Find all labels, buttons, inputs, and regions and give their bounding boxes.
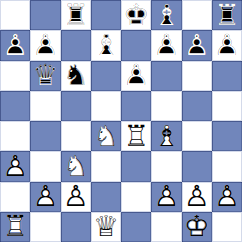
square-b1[interactable] — [30, 212, 60, 242]
piece-glyph-outline: ♙ — [182, 30, 212, 60]
square-g8[interactable] — [182, 0, 212, 30]
piece-black-pawn[interactable]: ♟♙ — [151, 30, 181, 60]
piece-white-pawn[interactable]: ♟♙ — [151, 182, 181, 212]
piece-white-pawn[interactable]: ♟♙ — [0, 151, 30, 181]
piece-glyph-outline: ♗ — [151, 121, 181, 151]
piece-black-bishop[interactable]: ♝♗ — [91, 30, 121, 60]
square-g7[interactable]: ♟♙ — [182, 30, 212, 60]
piece-white-pawn[interactable]: ♟♙ — [182, 182, 212, 212]
piece-white-queen[interactable]: ♛♕ — [91, 212, 121, 242]
square-d2[interactable] — [91, 182, 121, 212]
piece-glyph-outline: ♘ — [91, 121, 121, 151]
square-d1[interactable]: ♛♕ — [91, 212, 121, 242]
piece-glyph-outline: ♘ — [61, 61, 91, 91]
piece-glyph-outline: ♕ — [30, 61, 60, 91]
piece-white-bishop[interactable]: ♝♗ — [151, 121, 181, 151]
square-g4[interactable] — [182, 121, 212, 151]
piece-glyph-outline: ♘ — [61, 151, 91, 181]
square-h2[interactable]: ♟♙ — [212, 182, 242, 212]
square-c4[interactable] — [61, 121, 91, 151]
square-c6[interactable]: ♞♘ — [61, 61, 91, 91]
piece-black-knight[interactable]: ♞♘ — [61, 61, 91, 91]
square-b3[interactable] — [30, 151, 60, 181]
square-g2[interactable]: ♟♙ — [182, 182, 212, 212]
piece-white-pawn[interactable]: ♟♙ — [212, 182, 242, 212]
piece-glyph-outline: ♙ — [151, 182, 181, 212]
piece-glyph-outline: ♕ — [91, 212, 121, 242]
piece-glyph-outline: ♔ — [121, 0, 151, 30]
piece-glyph-outline: ♖ — [121, 121, 151, 151]
square-e3[interactable] — [121, 151, 151, 181]
piece-glyph-outline: ♗ — [91, 30, 121, 60]
piece-glyph-outline: ♙ — [30, 182, 60, 212]
piece-glyph-outline: ♙ — [0, 30, 30, 60]
piece-black-queen[interactable]: ♛♕ — [30, 61, 60, 91]
piece-black-pawn[interactable]: ♟♙ — [182, 30, 212, 60]
piece-black-pawn[interactable]: ♟♙ — [212, 30, 242, 60]
square-b5[interactable] — [30, 91, 60, 121]
square-a1[interactable]: ♜♖ — [0, 212, 30, 242]
square-f3[interactable] — [151, 151, 181, 181]
square-c8[interactable]: ♜♖ — [61, 0, 91, 30]
square-c7[interactable] — [61, 30, 91, 60]
chess-board: ♜♖♚♔♝♗♜♖♟♙♟♙♝♗♟♙♟♙♟♙♛♕♞♘♟♙♞♘♜♖♝♗♟♙♞♘♟♙♟♙… — [0, 0, 242, 242]
square-a2[interactable] — [0, 182, 30, 212]
square-a3[interactable]: ♟♙ — [0, 151, 30, 181]
square-h1[interactable] — [212, 212, 242, 242]
square-f7[interactable]: ♟♙ — [151, 30, 181, 60]
piece-white-rook[interactable]: ♜♖ — [0, 212, 30, 242]
piece-glyph-outline: ♗ — [151, 0, 181, 30]
square-f4[interactable]: ♝♗ — [151, 121, 181, 151]
square-d8[interactable] — [91, 0, 121, 30]
square-g3[interactable] — [182, 151, 212, 181]
piece-glyph-outline: ♙ — [182, 182, 212, 212]
piece-glyph-outline: ♔ — [182, 212, 212, 242]
piece-black-rook[interactable]: ♜♖ — [212, 0, 242, 30]
square-e1[interactable] — [121, 212, 151, 242]
square-f1[interactable] — [151, 212, 181, 242]
square-h8[interactable]: ♜♖ — [212, 0, 242, 30]
square-c3[interactable]: ♞♘ — [61, 151, 91, 181]
square-d5[interactable] — [91, 91, 121, 121]
piece-glyph-outline: ♖ — [212, 0, 242, 30]
square-a6[interactable] — [0, 61, 30, 91]
piece-glyph-outline: ♙ — [121, 61, 151, 91]
square-d6[interactable] — [91, 61, 121, 91]
piece-glyph-outline: ♖ — [61, 0, 91, 30]
square-b2[interactable]: ♟♙ — [30, 182, 60, 212]
piece-glyph-outline: ♖ — [0, 212, 30, 242]
square-a4[interactable] — [0, 121, 30, 151]
square-e4[interactable]: ♜♖ — [121, 121, 151, 151]
square-h6[interactable] — [212, 61, 242, 91]
piece-white-knight[interactable]: ♞♘ — [61, 151, 91, 181]
piece-glyph-outline: ♙ — [151, 30, 181, 60]
piece-white-rook[interactable]: ♜♖ — [121, 121, 151, 151]
piece-white-king[interactable]: ♚♔ — [182, 212, 212, 242]
square-g1[interactable]: ♚♔ — [182, 212, 212, 242]
piece-white-pawn[interactable]: ♟♙ — [30, 182, 60, 212]
piece-glyph-outline: ♙ — [61, 182, 91, 212]
piece-black-pawn[interactable]: ♟♙ — [121, 61, 151, 91]
piece-black-pawn[interactable]: ♟♙ — [0, 30, 30, 60]
piece-black-bishop[interactable]: ♝♗ — [151, 0, 181, 30]
square-b8[interactable] — [30, 0, 60, 30]
square-h4[interactable] — [212, 121, 242, 151]
piece-glyph-outline: ♙ — [30, 30, 60, 60]
square-g6[interactable] — [182, 61, 212, 91]
square-a7[interactable]: ♟♙ — [0, 30, 30, 60]
square-e2[interactable] — [121, 182, 151, 212]
square-a8[interactable] — [0, 0, 30, 30]
square-a5[interactable] — [0, 91, 30, 121]
square-c2[interactable]: ♟♙ — [61, 182, 91, 212]
square-f5[interactable] — [151, 91, 181, 121]
piece-black-king[interactable]: ♚♔ — [121, 0, 151, 30]
square-d3[interactable] — [91, 151, 121, 181]
piece-glyph-outline: ♙ — [212, 30, 242, 60]
square-f6[interactable] — [151, 61, 181, 91]
square-b7[interactable]: ♟♙ — [30, 30, 60, 60]
piece-white-pawn[interactable]: ♟♙ — [61, 182, 91, 212]
square-e6[interactable]: ♟♙ — [121, 61, 151, 91]
square-c1[interactable] — [61, 212, 91, 242]
piece-glyph-outline: ♙ — [0, 151, 30, 181]
square-h3[interactable] — [212, 151, 242, 181]
square-e5[interactable] — [121, 91, 151, 121]
square-f8[interactable]: ♝♗ — [151, 0, 181, 30]
piece-black-pawn[interactable]: ♟♙ — [30, 30, 60, 60]
square-e7[interactable] — [121, 30, 151, 60]
piece-black-rook[interactable]: ♜♖ — [61, 0, 91, 30]
square-d4[interactable]: ♞♘ — [91, 121, 121, 151]
piece-white-knight[interactable]: ♞♘ — [91, 121, 121, 151]
square-h7[interactable]: ♟♙ — [212, 30, 242, 60]
square-b4[interactable] — [30, 121, 60, 151]
square-d7[interactable]: ♝♗ — [91, 30, 121, 60]
square-g5[interactable] — [182, 91, 212, 121]
square-e8[interactable]: ♚♔ — [121, 0, 151, 30]
square-f2[interactable]: ♟♙ — [151, 182, 181, 212]
square-c5[interactable] — [61, 91, 91, 121]
square-h5[interactable] — [212, 91, 242, 121]
square-b6[interactable]: ♛♕ — [30, 61, 60, 91]
piece-glyph-outline: ♙ — [212, 182, 242, 212]
